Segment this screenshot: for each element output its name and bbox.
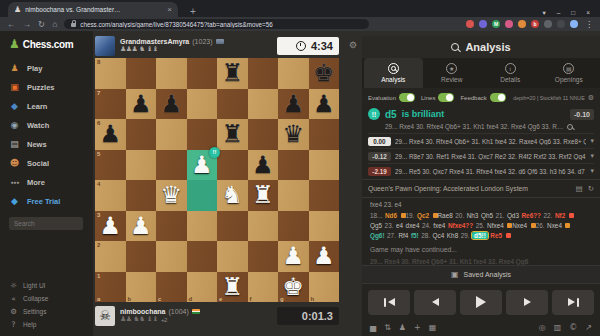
top-player-rating: (1023) [192,38,212,45]
square-e2[interactable] [217,241,248,272]
rank-label: 7 [97,90,100,96]
square-b6[interactable] [126,119,157,150]
window-controls: ▾–□× [542,6,600,17]
people-icon: ☻ [9,159,20,168]
rank-label: 3 [97,212,100,218]
move-number: 28. [421,232,430,239]
help-icon: ? [9,320,18,329]
gear-icon: ⚙ [9,307,18,316]
file-label: d [189,296,193,302]
move-classification-icon [565,223,570,228]
black-pawn[interactable]: ♟ [248,150,279,181]
square-h8[interactable]: ♚ [309,58,340,89]
tab-review[interactable]: ★ Review [423,58,482,88]
tab-analysis[interactable]: Analysis [364,58,423,88]
file-label: b [128,296,132,302]
square-h2[interactable]: ♟ [309,241,340,272]
square-d5[interactable]: ♟!! [187,150,218,181]
square-f6[interactable] [248,119,279,150]
move-san[interactable]: Qd3 [507,212,519,219]
move-number: 25. [476,222,485,229]
rank-label: 1 [97,273,100,279]
home-icon[interactable]: ⌂ [52,20,57,29]
sidebar-item-label: Learn [27,102,47,111]
move-san[interactable]: Nf2 [555,212,565,219]
chevron-down-icon[interactable]: ▾ [590,167,594,175]
move-number: 29. [461,232,470,239]
browser-tab-bar: ♟ nimboochana vs. Grandmaster… × + ▾–□× [0,0,600,17]
boards-icon[interactable]: ▦ [429,324,437,332]
tab-close-icon[interactable]: × [167,5,172,14]
bottom-player-rating: (1004) [169,308,189,315]
move-san[interactable]: Qg5 [370,222,382,229]
sidebar-item-news[interactable]: ▤News [9,135,87,154]
file-label: c [158,296,161,302]
move-san[interactable]: Re5 [490,232,502,239]
square-c5[interactable] [156,150,187,181]
move-assessment: !! d5 is brilliant -0.10 29... Rxe4 30. … [362,106,600,133]
square-d1[interactable]: d [187,272,218,303]
move-san[interactable]: Nd6 [385,212,397,219]
square-c7[interactable]: ♟ [156,89,187,120]
square-g7[interactable]: ♟ [278,89,309,120]
rank-label: 6 [97,120,100,126]
binoculars-icon: ◉ [9,121,20,130]
square-a4[interactable]: 4 [95,180,126,211]
analysis-tab-icon [388,63,399,74]
square-d2[interactable] [187,241,218,272]
footer-icons-left: ▅⇅♟+▦ [370,324,436,332]
game-continued-label: Game may have continued... [370,246,592,253]
review-star-icon: ★ [446,63,457,74]
evaluation-toggle-label: Evaluation [368,95,396,101]
square-c4[interactable]: ♛ [156,180,187,211]
next-move-button[interactable] [506,290,548,315]
pawn-icon: ♟ [9,64,20,73]
move-san[interactable]: Qh5 [481,212,493,219]
move-list[interactable]: fxe4 23. e4 18...Nd619.Qc2Rae820.Nh3Qh52… [362,198,600,265]
square-g6[interactable]: ♛ [278,119,309,150]
chevron-down-icon[interactable]: ▾ [590,152,594,160]
square-b1[interactable]: b [126,272,157,303]
move-san[interactable]: Re6?? [521,212,541,219]
black-pawn[interactable]: ♟ [156,89,187,120]
square-b7[interactable]: ♟ [126,89,157,120]
maximize-icon[interactable]: □ [571,9,575,17]
move-san[interactable]: fxe4 [433,222,445,229]
engine-line-1[interactable]: 0.0029... Rxe4 30. Rfxe4 Qb6+ 31. Kh1 fx… [368,133,594,148]
go-to-end-button[interactable] [552,290,594,315]
square-e8[interactable]: ♜ [217,58,248,89]
file-label: e [219,296,222,302]
sidebar-item-label: Social [27,159,49,168]
engine-line-eval: -2.19 [368,167,391,176]
engine-line-eval: 0.00 [368,137,391,146]
chess-board: 8♜♚7♟♟♟♟6♟♜♛5♟!!♟4♛♞♜3♟♟2♟♟1abcde♜fg♚h [95,58,339,302]
flip-board-icon[interactable]: ⇅ [384,324,391,332]
square-e4[interactable]: ♞ [217,180,248,211]
chess-pawn-favicon: ♟ [14,6,21,14]
sidebar: ♟ Chess.com ♟Play▣Puzzles◆Learn◉Watch▤Ne… [0,31,93,336]
move-san[interactable]: Nh3 [467,212,479,219]
brilliant-badge-icon: !! [368,108,380,120]
sidebar-item-watch[interactable]: ◉Watch [9,116,87,135]
extensions-row: Mb [466,20,578,28]
square-b5[interactable] [126,150,157,181]
close-window-icon[interactable]: × [586,9,590,17]
reload-icon[interactable]: ↻ [38,20,45,29]
opening-explorer-icon[interactable]: ↻ [588,184,594,193]
assessment-text: is brilliant [402,109,445,119]
assessment-preview-line[interactable]: 29... Rxe4 30. Rfxe4 Qb6+ 31. Kh1 fxe4 3… [368,120,594,133]
square-e5[interactable] [217,150,248,181]
extension-green-m-icon[interactable]: M [492,20,500,28]
new-tab-button[interactable]: + [190,7,196,17]
sidebar-item-more[interactable]: •••More [9,173,87,192]
square-a2[interactable]: 2 [95,241,126,272]
sidebar-item-play[interactable]: ♟Play [9,59,87,78]
move-number: 19. [406,212,415,219]
panel-footer-icons: ▅⇅♟+▦ ◎▥©↗ [362,319,600,336]
bottom-player-name[interactable]: nimboochana (1004) [120,308,200,315]
square-d3[interactable] [187,211,218,242]
newspaper-icon: ▤ [9,140,20,149]
engine-line-3[interactable]: -2.1929... Re5 30. Qxc7 Rxe4 31. Rfxe4 f… [368,163,594,178]
square-c1[interactable]: c [156,272,187,303]
square-g3[interactable] [278,211,309,242]
square-a7[interactable]: 7 [95,89,126,120]
clipped-continuation-line: 29... Rxe4 30. Rfxe4 Qb6+ 31. Kh1 fxe4 3… [370,258,592,265]
saved-analysis-icon: ▣ [451,270,459,279]
sidebar-item-label: Watch [27,121,49,130]
extension-orange-icon[interactable] [518,20,526,28]
bottom-player-clock: 0:01.3 [277,307,339,325]
move-number: 24. [422,222,431,229]
black-pawn[interactable]: ♟ [309,89,340,120]
square-h5[interactable] [309,150,340,181]
tab-search-icon[interactable]: ▾ [542,9,545,17]
saved-analysis-bar[interactable]: ▣ Saved Analysis [362,265,600,284]
analysis-toggles: Evaluation Lines Feedback depth=20 | Sto… [362,88,600,106]
move-san[interactable]: Nfxe4?? [448,222,473,229]
square-h4[interactable] [309,180,340,211]
square-a5[interactable]: 5 [95,150,126,181]
engine-settings-gear-icon[interactable]: ⚙ [588,94,594,102]
sidebar-item-learn[interactable]: ◆Learn [9,97,87,116]
sidebar-item-label: Free Trial [27,197,60,206]
square-d6[interactable] [187,119,218,150]
square-g4[interactable] [278,180,309,211]
move-classification-icon [506,233,511,238]
square-g1[interactable]: g♚ [278,272,309,303]
bottom-player-bar: ☠ nimboochana (1004) ♟♟ ♞♞ ♝♝ +2 0:01.3 [95,302,339,329]
bottom-player-info: nimboochana (1004) ♟♟ ♞♞ ♝♝ +2 [120,308,200,323]
square-b4[interactable] [126,180,157,211]
square-c2[interactable] [156,241,187,272]
move-san[interactable]: f5! [411,232,419,239]
engine-line-moves: 29... Re5 30. Qxc7 Rxe4 31. Rfxe4 fxe4 3… [395,168,586,175]
analysis-panel: Analysis Analysis ★ Review i Details ▤ O… [362,36,600,336]
rank-label: 5 [97,151,100,157]
square-a8[interactable]: 8 [95,58,126,89]
black-pawn[interactable]: ♟ [126,89,157,120]
panel-tabs: Analysis ★ Review i Details ▤ Openings [362,58,600,88]
engine-line-moves: 29... R8e7 30. Ref1 Rxe4 31. Qxc7 Re2 32… [395,153,586,160]
square-a3[interactable]: 3♟ [95,211,126,242]
collapse-icon: « [9,294,18,303]
square-e1[interactable]: e♜ [217,272,248,303]
opening-name: Queen's Pawn Opening: Accelerated London… [368,185,528,192]
library-icon[interactable]: ▥ [554,324,562,332]
move-san[interactable]: Rf4 [398,232,408,239]
sidebar-footer-settings[interactable]: ⚙Settings [9,307,87,316]
move-san[interactable]: d5!! [472,232,488,239]
move-san[interactable]: Qc4 [433,232,445,239]
move-san[interactable]: Nxe4 [512,222,527,229]
square-e7[interactable] [217,89,248,120]
evaluation-toggle[interactable] [399,93,415,102]
minimize-icon[interactable]: – [557,9,561,17]
logo-text: Chess.com [23,39,74,50]
move-classification-icon [433,213,438,218]
square-e6[interactable]: ♜ [217,119,248,150]
preview-magnifier-icon [567,124,573,130]
move-san[interactable]: Kh8 [447,232,458,239]
square-f1[interactable]: f [248,272,279,303]
extension-purple-icon[interactable] [479,20,487,28]
opening-icons: ▤ ↻ [576,184,594,193]
sidebar-item-label: Puzzles [27,83,55,92]
board-area: GrandmastersAmyra (1023) ♟♟♟ ♞ ♝♝ 4:34 8… [95,33,339,329]
move-number: 23. [385,222,394,229]
move-number: 27. [387,232,396,239]
material-advantage: +2 [161,317,167,323]
square-d7[interactable] [187,89,218,120]
playback-controls [362,284,600,319]
sidebar-footer-collapse[interactable]: «Collapse [9,294,87,303]
file-label: f [250,296,252,302]
white-pawn[interactable]: ♟ [126,211,157,242]
details-info-icon: i [505,63,516,74]
add-icon[interactable]: + [414,324,421,332]
tab-details[interactable]: i Details [481,58,540,88]
stats-icon[interactable]: ▅ [370,324,376,332]
move-san[interactable]: dxe4 [406,222,420,229]
extension-red-icon[interactable] [466,20,474,28]
square-h7[interactable]: ♟ [309,89,340,120]
top-player-avatar[interactable] [95,36,115,56]
magnifier-icon [451,43,459,51]
url-text: chess.com/analysis/game/live/87380546475… [80,21,273,28]
engine-info: depth=20 | Stockfish 11 NNUE ⚙ [513,94,594,102]
white-pawn[interactable]: ♟ [309,241,340,272]
black-rook[interactable]: ♜ [217,119,248,150]
browser-url-bar: ← → ↻ ⌂ chess.com/analysis/game/live/873… [0,17,600,31]
square-f8[interactable] [248,58,279,89]
chesscom-logo[interactable]: ♟ Chess.com [9,38,87,50]
address-bar[interactable]: chess.com/analysis/game/live/87380546475… [64,19,369,29]
square-h6[interactable] [309,119,340,150]
move-classification-icon [569,213,574,218]
tab-openings[interactable]: ▤ Openings [540,58,599,88]
square-d4[interactable] [187,180,218,211]
browser-tab[interactable]: ♟ nimboochana vs. Grandmaster… × [8,2,178,17]
share-icon[interactable]: ↗ [585,324,592,332]
sidebar-item-social[interactable]: ☻Social [9,154,87,173]
play-button[interactable] [460,290,502,315]
graduation-cap-icon: ◆ [9,102,20,111]
assessed-move: d5 [385,109,397,120]
board-settings-gear-icon[interactable]: ⚙ [349,40,357,50]
black-pawn[interactable]: ♟ [278,89,309,120]
extension-crimson-icon[interactable]: b [531,20,539,28]
engine-line-eval: -0.12 [368,152,391,161]
sidebar-item-label: More [27,178,45,187]
square-a1[interactable]: 1a [95,272,126,303]
white-pawn[interactable]: ♟ [278,241,309,272]
brilliant-move-badge: !! [209,147,220,158]
white-rook[interactable]: ♜ [248,180,279,211]
browser-menu-icon[interactable]: ⋮ [585,20,593,29]
clipped-move-line: fxe4 23. e4 [370,201,592,208]
sidebar-footer-help[interactable]: ?Help [9,320,87,329]
chevron-down-icon[interactable]: ▾ [590,137,594,145]
top-player-flag-icon [216,39,224,44]
bottom-player-captured-pieces: ♟♟ ♞♞ ♝♝ +2 [120,316,200,323]
engine-lines: 0.0029... Rxe4 30. Rfxe4 Qb6+ 31. Kh1 fx… [362,133,600,178]
square-c6[interactable] [156,119,187,150]
extension-pink-icon[interactable] [505,20,513,28]
tab-title: nimboochana vs. Grandmaster… [25,6,163,13]
rank-label: 4 [97,181,100,187]
saved-analysis-label: Saved Analysis [464,271,511,278]
black-rook[interactable]: ♜ [217,58,248,89]
feedback-toggle-label: Feedback [460,95,486,101]
top-player-info: GrandmastersAmyra (1023) ♟♟♟ ♞ ♝♝ [120,38,224,53]
lock-icon [71,23,76,27]
move-classification-icon [531,223,536,228]
lines-toggle-label: Lines [421,95,435,101]
engine-line-moves: 29... Rxe4 30. Rfxe4 Qb6+ 31. Kh1 fxe4 3… [395,138,586,145]
clock-icon [296,41,306,51]
move-san[interactable]: Nxe4 [547,222,562,229]
feedback-toggle[interactable] [490,93,506,102]
side-panel-icon[interactable] [557,20,565,28]
move-number: 26. [536,222,545,229]
square-f7[interactable] [248,89,279,120]
copy-icon[interactable]: © [569,324,577,332]
move-number: 20. [455,212,464,219]
square-a6[interactable]: 6♟ [95,119,126,150]
square-f2[interactable] [248,241,279,272]
search-input[interactable] [9,217,83,230]
rank-label: 2 [97,242,100,248]
file-label: g [280,296,284,302]
chesscom-app: ♟ Chess.com ♟Play▣Puzzles◆Learn◉Watch▤Ne… [0,31,600,336]
panel-bottom: ▣ Saved Analysis ▅⇅♟+▦ ◎▥©↗ [362,265,600,336]
square-f5[interactable]: ♟ [248,150,279,181]
move-san[interactable]: Nfxe4 [487,222,504,229]
sidebar-item-free-trial[interactable]: ◆Free Trial [9,192,87,211]
logo-pawn-icon: ♟ [9,38,20,50]
move-san[interactable]: Qc2 [417,212,429,219]
white-queen[interactable]: ♛ [156,180,187,211]
move-san[interactable]: Rae8 [438,212,453,219]
forward-icon[interactable]: → [23,20,32,29]
square-f3[interactable] [248,211,279,242]
sidebar-item-label: Play [27,64,42,73]
move-number: 18... [370,212,382,219]
engine-line-2[interactable]: -0.1229... R8e7 30. Ref1 Rxe4 31. Qxc7 R… [368,148,594,163]
rank-label: 8 [97,59,100,65]
profile-avatar-icon[interactable] [570,20,578,28]
sidebar-item-puzzles[interactable]: ▣Puzzles [9,78,87,97]
square-b2[interactable] [126,241,157,272]
move-classification-icon [401,213,406,218]
go-to-start-button[interactable] [368,290,410,315]
black-king[interactable]: ♚ [309,58,340,89]
sidebar-footer-light-ui[interactable]: ☼Light UI [9,281,87,290]
footer-icons-right: ◎▥©↗ [539,324,592,332]
square-c3[interactable] [156,211,187,242]
square-b8[interactable] [126,58,157,89]
file-label: a [97,296,100,302]
light-ui-icon: ☼ [9,281,18,290]
pieces-icon[interactable]: ♟ [399,324,406,332]
top-player-bar: GrandmastersAmyra (1023) ♟♟♟ ♞ ♝♝ 4:34 [95,33,339,58]
previous-move-button[interactable] [414,290,456,315]
square-g8[interactable] [278,58,309,89]
panel-title: Analysis [465,41,510,53]
top-player-clock: 4:34 [277,37,339,55]
bottom-player-avatar[interactable]: ☠ [95,306,115,326]
puzzle-icon: ▣ [9,83,20,92]
move-number: 22. [544,212,553,219]
diamond-icon: ◆ [9,197,20,206]
move-number: 21. [496,212,505,219]
extensions-puzzle-icon[interactable] [544,20,552,28]
file-label: h [311,296,315,302]
move-san[interactable]: Qg6! [370,232,385,239]
move-paragraph: 18...Nd619.Qc2Rae820.Nh3Qh521.Qd3Re6??22… [370,211,592,241]
panel-header: Analysis [362,36,600,58]
white-knight[interactable]: ♞ [217,180,248,211]
evaluation-score: -0.10 [570,109,594,120]
square-f4[interactable]: ♜ [248,180,279,211]
more-dots-icon: ••• [9,180,20,186]
square-c8[interactable] [156,58,187,89]
square-b3[interactable]: ♟ [126,211,157,242]
square-g2[interactable]: ♟ [278,241,309,272]
black-queen[interactable]: ♛ [278,119,309,150]
opening-name-row[interactable]: Queen's Pawn Opening: Accelerated London… [362,179,600,198]
sidebar-footer: ☼Light UI«Collapse⚙Settings?Help [9,281,87,329]
zoom-icon[interactable]: ◎ [539,324,546,332]
sidebar-nav: ♟Play▣Puzzles◆Learn◉Watch▤News☻Social•••… [9,59,87,211]
square-d8[interactable] [187,58,218,89]
lines-toggle[interactable] [438,93,454,102]
square-e3[interactable] [217,211,248,242]
back-icon[interactable]: ← [7,20,16,29]
move-san[interactable]: e4 [396,222,403,229]
square-h1[interactable]: h [309,272,340,303]
opening-book-icon[interactable]: ▤ [576,184,583,193]
openings-book-icon: ▤ [563,63,574,74]
square-g5[interactable] [278,150,309,181]
top-player-name[interactable]: GrandmastersAmyra (1023) [120,38,224,45]
sidebar-item-label: News [27,140,47,149]
square-h3[interactable] [309,211,340,242]
